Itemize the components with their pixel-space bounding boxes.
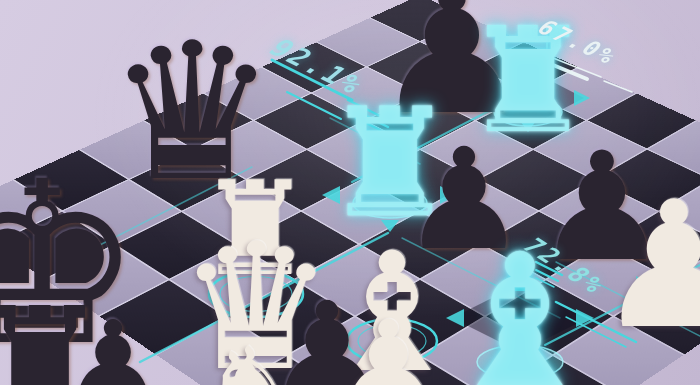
white-knight[interactable]: ♞ — [198, 332, 306, 385]
white-pawn[interactable]: ♟ — [596, 178, 700, 353]
black-rook[interactable]: ♜ — [0, 287, 112, 385]
white-pawn[interactable]: ♟ — [332, 304, 444, 385]
chess-scene: ♟♜♛♜♟♟♜♟♚♛♝♝♟♟♟♜♞ 92.1% 67.0% 72.8% — [0, 0, 700, 385]
